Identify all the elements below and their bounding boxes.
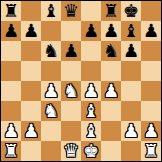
square-b4[interactable] <box>21 81 41 101</box>
square-a7[interactable]: ♟ <box>1 21 21 41</box>
black-rook-piece: ♜ <box>3 2 19 20</box>
square-h6[interactable] <box>141 41 161 61</box>
square-d3[interactable] <box>61 101 81 121</box>
black-bishop-piece: ♝ <box>123 22 139 40</box>
square-f2[interactable] <box>101 121 121 141</box>
square-g3[interactable] <box>121 101 141 121</box>
square-e8[interactable] <box>81 1 101 21</box>
square-b8[interactable] <box>21 1 41 21</box>
square-a6[interactable] <box>1 41 21 61</box>
square-b2[interactable]: ♟ <box>21 121 41 141</box>
white-bishop-piece: ♝ <box>83 102 99 120</box>
square-c5[interactable] <box>41 61 61 81</box>
square-h8[interactable] <box>141 1 161 21</box>
white-pawn-piece: ♟ <box>83 82 99 100</box>
square-h7[interactable]: ♟ <box>141 21 161 41</box>
white-pawn-piece: ♟ <box>23 122 39 140</box>
square-c3[interactable]: ♞ <box>41 101 61 121</box>
square-d6[interactable]: ♟ <box>61 41 81 61</box>
square-c8[interactable]: ♝ <box>41 1 61 21</box>
white-rook-piece: ♜ <box>143 142 159 160</box>
square-e5[interactable] <box>81 61 101 81</box>
black-pawn-piece: ♟ <box>123 42 139 60</box>
black-rook-piece: ♜ <box>103 2 119 20</box>
square-a3[interactable] <box>1 101 21 121</box>
square-d5[interactable] <box>61 61 81 81</box>
square-f6[interactable]: ♞ <box>101 41 121 61</box>
square-b6[interactable] <box>21 41 41 61</box>
black-knight-piece: ♞ <box>103 42 119 60</box>
black-knight-piece: ♞ <box>43 42 59 60</box>
square-f8[interactable]: ♜ <box>101 1 121 21</box>
square-g5[interactable] <box>121 61 141 81</box>
black-pawn-piece: ♟ <box>83 22 99 40</box>
white-pawn-piece: ♟ <box>43 82 59 100</box>
square-h3[interactable] <box>141 101 161 121</box>
square-e6[interactable] <box>81 41 101 61</box>
square-d2[interactable] <box>61 121 81 141</box>
square-g1[interactable] <box>121 141 141 161</box>
white-pawn-piece: ♟ <box>123 122 139 140</box>
white-pawn-piece: ♟ <box>3 122 19 140</box>
square-b5[interactable] <box>21 61 41 81</box>
white-rook-piece: ♜ <box>3 142 19 160</box>
black-king-piece: ♚ <box>123 2 139 20</box>
square-e7[interactable]: ♟ <box>81 21 101 41</box>
white-pawn-piece: ♟ <box>103 82 119 100</box>
white-bishop-piece: ♝ <box>83 122 99 140</box>
black-pawn-piece: ♟ <box>63 42 79 60</box>
square-e4[interactable]: ♟ <box>81 81 101 101</box>
square-d7[interactable] <box>61 21 81 41</box>
chess-board: ♜♝♛♜♚♟♟♟♟♝♟♞♟♞♟♟♞♟♟♞♝♟♟♝♟♟♜♛♚♜ <box>0 0 162 162</box>
square-h1[interactable]: ♜ <box>141 141 161 161</box>
square-c1[interactable] <box>41 141 61 161</box>
square-g4[interactable] <box>121 81 141 101</box>
square-a1[interactable]: ♜ <box>1 141 21 161</box>
square-d4[interactable]: ♞ <box>61 81 81 101</box>
square-h4[interactable] <box>141 81 161 101</box>
square-a8[interactable]: ♜ <box>1 1 21 21</box>
black-pawn-piece: ♟ <box>103 22 119 40</box>
black-bishop-piece: ♝ <box>43 2 59 20</box>
square-b7[interactable]: ♟ <box>21 21 41 41</box>
black-pawn-piece: ♟ <box>23 22 39 40</box>
square-f7[interactable]: ♟ <box>101 21 121 41</box>
square-c7[interactable] <box>41 21 61 41</box>
square-f1[interactable] <box>101 141 121 161</box>
square-a4[interactable] <box>1 81 21 101</box>
square-c2[interactable] <box>41 121 61 141</box>
square-c4[interactable]: ♟ <box>41 81 61 101</box>
square-c6[interactable]: ♞ <box>41 41 61 61</box>
square-a5[interactable] <box>1 61 21 81</box>
square-f3[interactable] <box>101 101 121 121</box>
square-f5[interactable] <box>101 61 121 81</box>
square-b1[interactable] <box>21 141 41 161</box>
white-king-piece: ♚ <box>83 142 99 160</box>
black-pawn-piece: ♟ <box>3 22 19 40</box>
black-pawn-piece: ♟ <box>143 22 159 40</box>
square-d8[interactable]: ♛ <box>61 1 81 21</box>
square-h5[interactable] <box>141 61 161 81</box>
white-pawn-piece: ♟ <box>143 122 159 140</box>
square-g6[interactable]: ♟ <box>121 41 141 61</box>
white-queen-piece: ♛ <box>63 142 79 160</box>
square-g8[interactable]: ♚ <box>121 1 141 21</box>
white-knight-piece: ♞ <box>43 102 59 120</box>
square-e2[interactable]: ♝ <box>81 121 101 141</box>
square-d1[interactable]: ♛ <box>61 141 81 161</box>
square-g2[interactable]: ♟ <box>121 121 141 141</box>
square-e3[interactable]: ♝ <box>81 101 101 121</box>
square-e1[interactable]: ♚ <box>81 141 101 161</box>
square-g7[interactable]: ♝ <box>121 21 141 41</box>
square-f4[interactable]: ♟ <box>101 81 121 101</box>
black-queen-piece: ♛ <box>63 2 79 20</box>
white-knight-piece: ♞ <box>63 82 79 100</box>
square-b3[interactable] <box>21 101 41 121</box>
square-a2[interactable]: ♟ <box>1 121 21 141</box>
square-h2[interactable]: ♟ <box>141 121 161 141</box>
